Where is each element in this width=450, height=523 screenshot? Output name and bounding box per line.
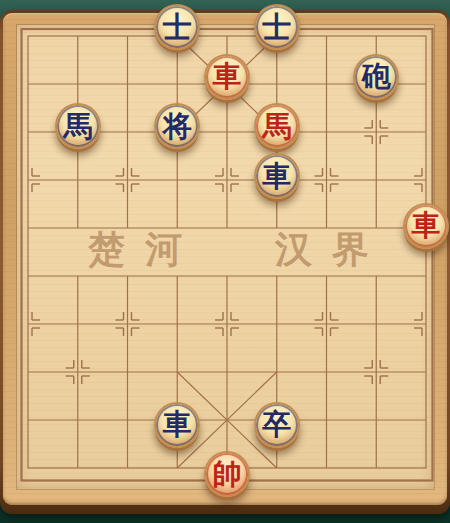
piece-glyph: 将 [163,112,192,141]
piece-red-horse[interactable]: 馬 [254,103,300,149]
piece-black-horse[interactable]: 馬 [55,103,101,149]
piece-black-cannon[interactable]: 砲 [353,54,399,100]
piece-glyph: 車 [412,211,441,240]
xiangqi-game-screen: 楚河 汉界 士士車砲馬将馬車車車卒帥 [0,0,450,523]
piece-black-advisor[interactable]: 士 [254,4,300,50]
piece-glyph: 馬 [63,112,92,141]
piece-glyph: 帥 [213,460,242,489]
piece-glyph: 車 [262,162,291,191]
piece-glyph: 車 [163,410,192,439]
piece-black-chariot[interactable]: 車 [154,402,200,448]
piece-red-general[interactable]: 帥 [204,451,250,497]
piece-black-soldier[interactable]: 卒 [254,402,300,448]
piece-glyph: 車 [213,62,242,91]
piece-glyph: 砲 [362,62,391,91]
piece-red-chariot[interactable]: 車 [204,54,250,100]
piece-glyph: 士 [163,13,192,42]
piece-glyph: 卒 [262,410,291,439]
piece-glyph: 馬 [262,112,291,141]
piece-black-advisor[interactable]: 士 [154,4,200,50]
piece-black-chariot[interactable]: 車 [254,153,300,199]
piece-glyph: 士 [262,13,291,42]
piece-red-chariot[interactable]: 車 [403,203,449,249]
